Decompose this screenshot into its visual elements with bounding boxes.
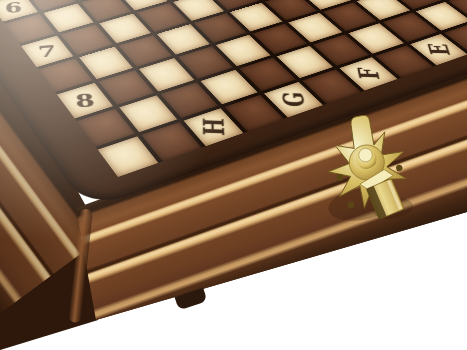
coordinate-label: 7	[26, 38, 68, 64]
brass-clasp	[305, 101, 436, 237]
coordinate-label: 8	[62, 86, 108, 116]
clasp-screw-hole	[396, 164, 403, 171]
coordinate-label: G	[271, 86, 317, 114]
coordinate-label: H	[191, 112, 235, 142]
photo-stage: 678HGFE	[0, 0, 467, 350]
